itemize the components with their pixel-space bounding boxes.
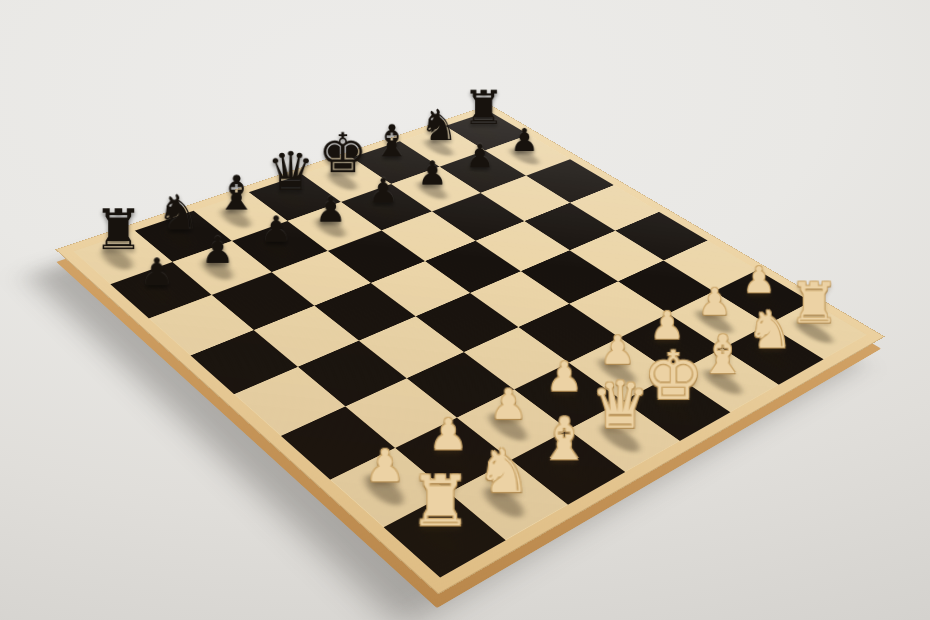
piece-glyph: ♞ — [393, 104, 485, 147]
board-grid: ♜♟♟♜♞♟♟♞♝♟♟♝♚♟♟♚♛♟♟♛♝♟♟♝♞♟♟♞♜♟♟♜ — [73, 111, 866, 577]
square-f7[interactable]: ♟ — [391, 167, 480, 212]
square-c6[interactable] — [272, 251, 371, 306]
board-tilt: ♜♟♟♜♞♟♟♞♝♟♟♝♚♟♟♚♛♟♟♛♝♟♟♝♞♟♟♞♜♟♟♜ — [55, 104, 885, 594]
piece-shadow — [459, 162, 498, 183]
square-g6[interactable] — [480, 176, 569, 221]
piece-glyph: ♟ — [333, 174, 432, 208]
photo-scene: ♜♟♟♜♞♟♟♞♝♟♟♝♚♟♟♚♛♟♟♛♝♟♟♝♞♟♟♞♜♟♟♜ — [0, 0, 930, 620]
black-rook[interactable]: ♜ — [446, 111, 529, 150]
square-h4[interactable] — [615, 212, 707, 260]
square-g4[interactable] — [570, 231, 664, 282]
square-e8[interactable]: ♚ — [302, 157, 391, 201]
piece-glyph: ♜ — [439, 84, 528, 131]
piece-shadow — [465, 122, 503, 141]
piece-glyph: ♟ — [384, 156, 480, 189]
square-g7[interactable]: ♟ — [439, 150, 526, 193]
piece-glyph: ♟ — [432, 140, 526, 173]
square-d7[interactable]: ♟ — [288, 202, 382, 251]
piece-shadow — [216, 206, 257, 230]
piece-shadow — [271, 188, 311, 211]
black-pawn[interactable]: ♟ — [341, 184, 433, 231]
square-e7[interactable]: ♟ — [341, 184, 433, 231]
square-f4[interactable] — [521, 250, 617, 303]
square-d8[interactable]: ♛ — [249, 174, 341, 220]
piece-glyph: ♚ — [294, 125, 390, 180]
square-h6[interactable] — [526, 159, 613, 202]
board-3d-wrapper: ♜♟♟♜♞♟♟♞♝♟♟♝♚♟♟♚♛♟♟♛♝♟♟♝♞♟♟♞♜♟♟♜ — [146, 0, 794, 617]
black-king[interactable]: ♚ — [302, 157, 391, 201]
chess-board: ♜♟♟♜♞♟♟♞♝♟♟♝♚♟♟♚♛♟♟♛♝♟♟♝♞♟♟♞♜♟♟♜ — [55, 104, 885, 594]
square-h8[interactable]: ♜ — [446, 111, 529, 150]
square-c5[interactable] — [314, 283, 416, 341]
square-d6[interactable] — [328, 231, 424, 283]
black-bishop[interactable]: ♝ — [352, 141, 439, 183]
square-e6[interactable] — [382, 211, 476, 261]
piece-glyph: ♟ — [280, 192, 381, 227]
piece-glyph: ♜ — [373, 467, 505, 537]
black-queen[interactable]: ♛ — [249, 174, 341, 220]
piece-shadow — [323, 170, 362, 192]
square-e5[interactable] — [425, 240, 521, 293]
black-pawn[interactable]: ♟ — [288, 202, 382, 251]
piece-glyph: ♝ — [345, 119, 439, 163]
piece-glyph: ♟ — [478, 124, 570, 156]
black-pawn[interactable]: ♟ — [439, 150, 526, 193]
black-pawn[interactable]: ♟ — [485, 135, 570, 176]
piece-shadow — [420, 137, 458, 157]
black-pawn[interactable]: ♟ — [391, 167, 480, 212]
piece-shadow — [412, 179, 452, 201]
square-f8[interactable]: ♝ — [352, 141, 439, 183]
square-g8[interactable]: ♞ — [400, 126, 485, 167]
black-knight[interactable]: ♞ — [400, 126, 485, 167]
piece-glyph: ♝ — [186, 170, 287, 217]
piece-glyph: ♛ — [241, 145, 340, 199]
square-h7[interactable]: ♟ — [485, 135, 570, 176]
piece-shadow — [362, 197, 403, 220]
piece-shadow — [505, 146, 544, 166]
piece-shadow — [372, 153, 411, 174]
square-f5[interactable] — [476, 221, 570, 271]
piece-glyph: ♟ — [101, 253, 211, 291]
square-g5[interactable] — [524, 203, 616, 251]
square-h5[interactable] — [570, 185, 659, 231]
piece-shadow — [310, 216, 351, 240]
square-f6[interactable] — [432, 193, 524, 240]
